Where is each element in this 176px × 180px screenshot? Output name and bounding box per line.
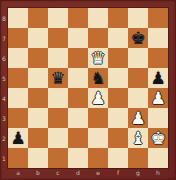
- square-b7[interactable]: [28, 28, 48, 48]
- square-b3[interactable]: [28, 108, 48, 128]
- square-g8[interactable]: [128, 8, 148, 28]
- square-c7[interactable]: [48, 28, 68, 48]
- white-queen[interactable]: ♛: [88, 48, 108, 68]
- square-d6[interactable]: [68, 48, 88, 68]
- square-a4[interactable]: [8, 88, 28, 108]
- rank-label-1: 1: [0, 148, 8, 168]
- square-f1[interactable]: [108, 148, 128, 168]
- chess-board[interactable]: ♚♛♛♞♟♟♟♟♟♝♚: [8, 8, 168, 168]
- file-labels: abcdefgh: [8, 168, 168, 180]
- file-label-d: d: [68, 169, 88, 179]
- chess-board-frame: 87654321 ♚♛♛♞♟♟♟♟♟♝♚ abcdefgh: [0, 0, 176, 180]
- black-pawn[interactable]: ♟: [8, 128, 28, 148]
- white-pawn[interactable]: ♟: [88, 88, 108, 108]
- rank-label-5: 5: [0, 68, 8, 88]
- square-h3[interactable]: [148, 108, 168, 128]
- square-b5[interactable]: [28, 68, 48, 88]
- square-e3[interactable]: [88, 108, 108, 128]
- square-a1[interactable]: [8, 148, 28, 168]
- square-d3[interactable]: [68, 108, 88, 128]
- square-g2[interactable]: ♝: [128, 128, 148, 148]
- square-b6[interactable]: [28, 48, 48, 68]
- square-f2[interactable]: [108, 128, 128, 148]
- file-label-e: e: [88, 169, 108, 179]
- square-g3[interactable]: ♟: [128, 108, 148, 128]
- square-c1[interactable]: [48, 148, 68, 168]
- square-g1[interactable]: [128, 148, 148, 168]
- square-c6[interactable]: [48, 48, 68, 68]
- file-label-f: f: [108, 169, 128, 179]
- square-g7[interactable]: ♚: [128, 28, 148, 48]
- square-h2[interactable]: ♚: [148, 128, 168, 148]
- square-h6[interactable]: [148, 48, 168, 68]
- rank-label-4: 4: [0, 88, 8, 108]
- rank-label-6: 6: [0, 48, 8, 68]
- square-f4[interactable]: [108, 88, 128, 108]
- rank-label-3: 3: [0, 108, 8, 128]
- square-a8[interactable]: [8, 8, 28, 28]
- square-c5[interactable]: ♛: [48, 68, 68, 88]
- square-e8[interactable]: [88, 8, 108, 28]
- square-b2[interactable]: [28, 128, 48, 148]
- square-g6[interactable]: [128, 48, 148, 68]
- square-g4[interactable]: [128, 88, 148, 108]
- square-c4[interactable]: [48, 88, 68, 108]
- square-f5[interactable]: [108, 68, 128, 88]
- square-h7[interactable]: [148, 28, 168, 48]
- rank-label-8: 8: [0, 8, 8, 28]
- square-e1[interactable]: [88, 148, 108, 168]
- white-pawn[interactable]: ♟: [128, 108, 148, 128]
- square-h4[interactable]: ♟: [148, 88, 168, 108]
- square-f6[interactable]: [108, 48, 128, 68]
- square-a6[interactable]: [8, 48, 28, 68]
- black-pawn[interactable]: ♟: [148, 68, 168, 88]
- square-d5[interactable]: [68, 68, 88, 88]
- rank-labels: 87654321: [0, 8, 8, 168]
- square-g5[interactable]: [128, 68, 148, 88]
- square-e4[interactable]: ♟: [88, 88, 108, 108]
- square-e6[interactable]: ♛: [88, 48, 108, 68]
- square-a7[interactable]: [8, 28, 28, 48]
- square-d2[interactable]: [68, 128, 88, 148]
- square-e2[interactable]: [88, 128, 108, 148]
- rank-label-7: 7: [0, 28, 8, 48]
- square-d4[interactable]: [68, 88, 88, 108]
- rank-label-2: 2: [0, 128, 8, 148]
- square-h1[interactable]: [148, 148, 168, 168]
- black-queen[interactable]: ♛: [48, 68, 68, 88]
- file-label-c: c: [48, 169, 68, 179]
- square-d7[interactable]: [68, 28, 88, 48]
- square-c8[interactable]: [48, 8, 68, 28]
- square-b1[interactable]: [28, 148, 48, 168]
- white-bishop[interactable]: ♝: [128, 128, 148, 148]
- square-a5[interactable]: [8, 68, 28, 88]
- file-label-a: a: [8, 169, 28, 179]
- square-f7[interactable]: [108, 28, 128, 48]
- black-knight[interactable]: ♞: [88, 68, 108, 88]
- square-c2[interactable]: [48, 128, 68, 148]
- square-f8[interactable]: [108, 8, 128, 28]
- square-f3[interactable]: [108, 108, 128, 128]
- white-king[interactable]: ♚: [148, 128, 168, 148]
- file-label-b: b: [28, 169, 48, 179]
- square-d8[interactable]: [68, 8, 88, 28]
- square-b8[interactable]: [28, 8, 48, 28]
- square-h5[interactable]: ♟: [148, 68, 168, 88]
- file-label-h: h: [148, 169, 168, 179]
- square-h8[interactable]: [148, 8, 168, 28]
- file-label-g: g: [128, 169, 148, 179]
- square-e5[interactable]: ♞: [88, 68, 108, 88]
- square-a2[interactable]: ♟: [8, 128, 28, 148]
- black-king[interactable]: ♚: [128, 28, 148, 48]
- square-c3[interactable]: [48, 108, 68, 128]
- square-b4[interactable]: [28, 88, 48, 108]
- square-d1[interactable]: [68, 148, 88, 168]
- white-pawn[interactable]: ♟: [148, 88, 168, 108]
- square-e7[interactable]: [88, 28, 108, 48]
- square-a3[interactable]: [8, 108, 28, 128]
